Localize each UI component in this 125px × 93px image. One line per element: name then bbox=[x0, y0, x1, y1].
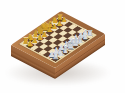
photo-canvas: ♜♞♝♛♚♝♞♜♟♟♟♟♟♟♟♟♟♟♟♟♟♟♟♟♜♞♝♛♚♝♞♜ bbox=[0, 0, 125, 93]
